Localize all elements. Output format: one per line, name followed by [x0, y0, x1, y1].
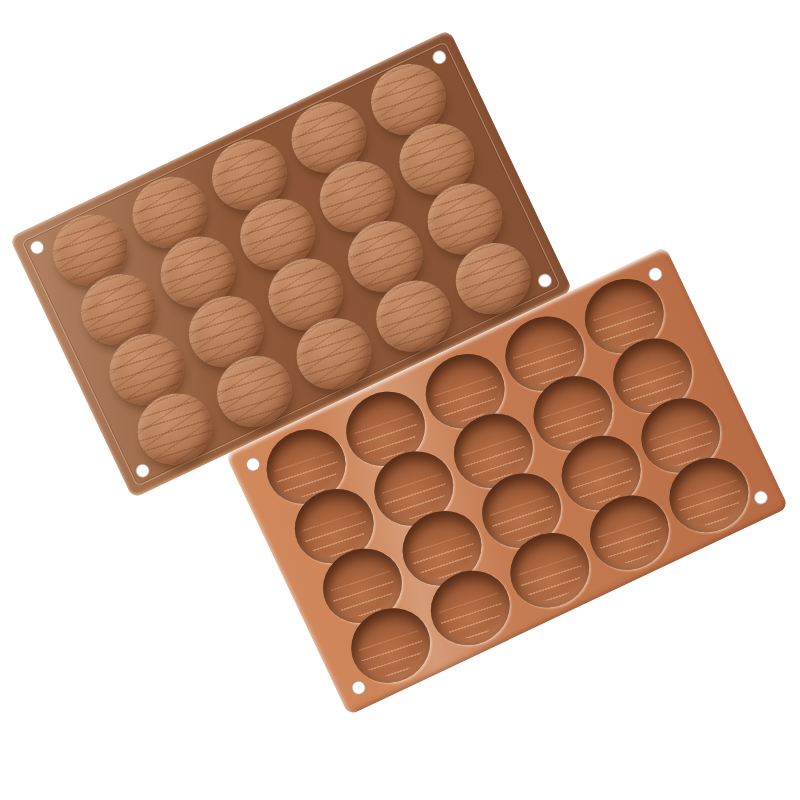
product-photo: [0, 0, 800, 800]
